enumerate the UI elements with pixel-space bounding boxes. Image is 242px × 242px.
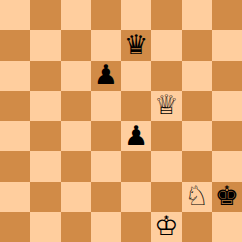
square-c4[interactable] xyxy=(61,121,91,151)
square-c8[interactable] xyxy=(61,0,91,30)
square-e7[interactable]: ♛ xyxy=(121,30,151,60)
square-g3[interactable] xyxy=(182,151,212,181)
square-g4[interactable] xyxy=(182,121,212,151)
square-h1[interactable] xyxy=(212,212,242,242)
square-c5[interactable] xyxy=(61,91,91,121)
square-c6[interactable] xyxy=(61,61,91,91)
square-d7[interactable] xyxy=(91,30,121,60)
square-f4[interactable] xyxy=(151,121,181,151)
square-e1[interactable] xyxy=(121,212,151,242)
square-e6[interactable] xyxy=(121,61,151,91)
square-h4[interactable] xyxy=(212,121,242,151)
square-b2[interactable] xyxy=(30,182,60,212)
square-f2[interactable] xyxy=(151,182,181,212)
square-a7[interactable] xyxy=(0,30,30,60)
square-d2[interactable] xyxy=(91,182,121,212)
square-g8[interactable] xyxy=(182,0,212,30)
square-d3[interactable] xyxy=(91,151,121,181)
square-g7[interactable] xyxy=(182,30,212,60)
square-d4[interactable] xyxy=(91,121,121,151)
square-a5[interactable] xyxy=(0,91,30,121)
square-h3[interactable] xyxy=(212,151,242,181)
square-h8[interactable] xyxy=(212,0,242,30)
square-b8[interactable] xyxy=(30,0,60,30)
square-g5[interactable] xyxy=(182,91,212,121)
square-d8[interactable] xyxy=(91,0,121,30)
piece-white-queen: ♕ xyxy=(154,91,178,118)
square-e4[interactable]: ♟ xyxy=(121,121,151,151)
square-a3[interactable] xyxy=(0,151,30,181)
square-d1[interactable] xyxy=(91,212,121,242)
square-f3[interactable] xyxy=(151,151,181,181)
square-f8[interactable] xyxy=(151,0,181,30)
square-b4[interactable] xyxy=(30,121,60,151)
square-b3[interactable] xyxy=(30,151,60,181)
square-c2[interactable] xyxy=(61,182,91,212)
square-g6[interactable] xyxy=(182,61,212,91)
square-a2[interactable] xyxy=(0,182,30,212)
square-f5[interactable]: ♕ xyxy=(151,91,181,121)
square-f7[interactable] xyxy=(151,30,181,60)
square-d5[interactable] xyxy=(91,91,121,121)
square-b6[interactable] xyxy=(30,61,60,91)
piece-white-king: ♔ xyxy=(154,212,178,239)
square-e2[interactable] xyxy=(121,182,151,212)
square-a8[interactable] xyxy=(0,0,30,30)
square-g1[interactable] xyxy=(182,212,212,242)
square-c1[interactable] xyxy=(61,212,91,242)
square-h7[interactable] xyxy=(212,30,242,60)
piece-black-king: ♚ xyxy=(215,182,239,209)
square-c3[interactable] xyxy=(61,151,91,181)
square-d6[interactable]: ♟ xyxy=(91,61,121,91)
chess-board: ♛♟♕♟♘♚♔ xyxy=(0,0,242,242)
square-a1[interactable] xyxy=(0,212,30,242)
piece-black-pawn: ♟ xyxy=(94,61,118,88)
square-b1[interactable] xyxy=(30,212,60,242)
square-h6[interactable] xyxy=(212,61,242,91)
square-e8[interactable] xyxy=(121,0,151,30)
square-g2[interactable]: ♘ xyxy=(182,182,212,212)
square-f1[interactable]: ♔ xyxy=(151,212,181,242)
square-b7[interactable] xyxy=(30,30,60,60)
square-e5[interactable] xyxy=(121,91,151,121)
piece-white-knight: ♘ xyxy=(185,182,209,209)
piece-black-pawn: ♟ xyxy=(124,122,148,149)
square-e3[interactable] xyxy=(121,151,151,181)
square-h5[interactable] xyxy=(212,91,242,121)
square-h2[interactable]: ♚ xyxy=(212,182,242,212)
square-a6[interactable] xyxy=(0,61,30,91)
square-b5[interactable] xyxy=(30,91,60,121)
square-a4[interactable] xyxy=(0,121,30,151)
square-c7[interactable] xyxy=(61,30,91,60)
square-f6[interactable] xyxy=(151,61,181,91)
piece-black-queen: ♛ xyxy=(124,31,148,58)
